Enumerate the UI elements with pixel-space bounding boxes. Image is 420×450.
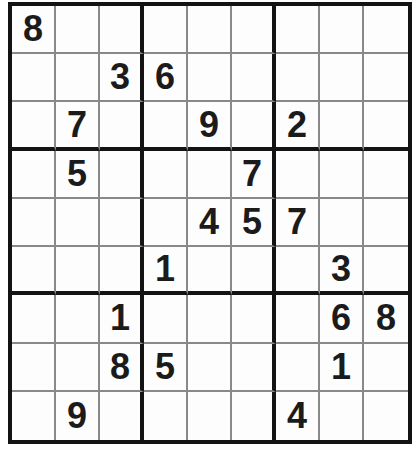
cell-r1c7[interactable] xyxy=(276,6,320,54)
cell-r1c4[interactable] xyxy=(144,6,188,54)
cell-r7c6[interactable] xyxy=(232,295,276,343)
cell-r3c7: 2 xyxy=(276,102,320,150)
cell-r2c5[interactable] xyxy=(188,54,232,102)
cell-r2c1[interactable] xyxy=(12,54,56,102)
cell-r5c4[interactable] xyxy=(144,199,188,247)
cell-r5c2[interactable] xyxy=(56,199,100,247)
sudoku-board: 836792574571316885194 xyxy=(8,2,412,444)
cell-r9c1[interactable] xyxy=(12,392,56,440)
cell-r7c8: 6 xyxy=(320,295,364,343)
cell-r1c5[interactable] xyxy=(188,6,232,54)
cell-r8c2[interactable] xyxy=(56,344,100,392)
cell-r2c8[interactable] xyxy=(320,54,364,102)
cell-r6c1[interactable] xyxy=(12,247,56,295)
cell-r4c1[interactable] xyxy=(12,151,56,199)
cell-r1c1: 8 xyxy=(12,6,56,54)
cell-r8c6[interactable] xyxy=(232,344,276,392)
cell-r3c8[interactable] xyxy=(320,102,364,150)
cell-r9c8[interactable] xyxy=(320,392,364,440)
cell-r3c9[interactable] xyxy=(364,102,408,150)
cell-r2c3: 3 xyxy=(100,54,144,102)
cell-r4c5[interactable] xyxy=(188,151,232,199)
cell-r8c3: 8 xyxy=(100,344,144,392)
cell-r8c1[interactable] xyxy=(12,344,56,392)
cell-r5c8[interactable] xyxy=(320,199,364,247)
cell-r1c2[interactable] xyxy=(56,6,100,54)
cell-r5c5: 4 xyxy=(188,199,232,247)
cell-r7c4[interactable] xyxy=(144,295,188,343)
cell-r1c6[interactable] xyxy=(232,6,276,54)
cell-r4c3[interactable] xyxy=(100,151,144,199)
cell-r5c6: 5 xyxy=(232,199,276,247)
cell-r9c7: 4 xyxy=(276,392,320,440)
cell-r2c2[interactable] xyxy=(56,54,100,102)
cell-r6c6[interactable] xyxy=(232,247,276,295)
cell-r7c7[interactable] xyxy=(276,295,320,343)
cell-r9c6[interactable] xyxy=(232,392,276,440)
cell-r2c6[interactable] xyxy=(232,54,276,102)
cell-r8c9[interactable] xyxy=(364,344,408,392)
cell-r4c6: 7 xyxy=(232,151,276,199)
cell-r8c8: 1 xyxy=(320,344,364,392)
cell-r5c9[interactable] xyxy=(364,199,408,247)
sudoku-page: 836792574571316885194 xyxy=(0,0,420,450)
cell-r3c3[interactable] xyxy=(100,102,144,150)
cell-r2c4: 6 xyxy=(144,54,188,102)
cell-r7c2[interactable] xyxy=(56,295,100,343)
cell-r7c5[interactable] xyxy=(188,295,232,343)
cell-r4c7[interactable] xyxy=(276,151,320,199)
cell-r6c2[interactable] xyxy=(56,247,100,295)
cell-r6c3[interactable] xyxy=(100,247,144,295)
cell-r6c4: 1 xyxy=(144,247,188,295)
cell-r3c5: 9 xyxy=(188,102,232,150)
cell-r3c1[interactable] xyxy=(12,102,56,150)
cell-r6c8: 3 xyxy=(320,247,364,295)
cell-r2c9[interactable] xyxy=(364,54,408,102)
cell-r4c8[interactable] xyxy=(320,151,364,199)
cell-r4c2: 5 xyxy=(56,151,100,199)
cell-r6c7[interactable] xyxy=(276,247,320,295)
cell-r5c3[interactable] xyxy=(100,199,144,247)
cell-r3c2: 7 xyxy=(56,102,100,150)
cell-r6c9[interactable] xyxy=(364,247,408,295)
cell-r1c3[interactable] xyxy=(100,6,144,54)
cell-r9c3[interactable] xyxy=(100,392,144,440)
cell-r4c4[interactable] xyxy=(144,151,188,199)
cell-r8c5[interactable] xyxy=(188,344,232,392)
cell-r9c5[interactable] xyxy=(188,392,232,440)
cell-r9c4[interactable] xyxy=(144,392,188,440)
cell-r9c9[interactable] xyxy=(364,392,408,440)
cell-r9c2: 9 xyxy=(56,392,100,440)
cell-r7c9: 8 xyxy=(364,295,408,343)
cell-r8c4: 5 xyxy=(144,344,188,392)
cell-r5c1[interactable] xyxy=(12,199,56,247)
cell-r1c9[interactable] xyxy=(364,6,408,54)
cell-r1c8[interactable] xyxy=(320,6,364,54)
cell-r3c4[interactable] xyxy=(144,102,188,150)
cell-r6c5[interactable] xyxy=(188,247,232,295)
cell-r8c7[interactable] xyxy=(276,344,320,392)
cell-r3c6[interactable] xyxy=(232,102,276,150)
cell-r4c9[interactable] xyxy=(364,151,408,199)
cell-r5c7: 7 xyxy=(276,199,320,247)
cell-r2c7[interactable] xyxy=(276,54,320,102)
cell-r7c1[interactable] xyxy=(12,295,56,343)
cell-r7c3: 1 xyxy=(100,295,144,343)
